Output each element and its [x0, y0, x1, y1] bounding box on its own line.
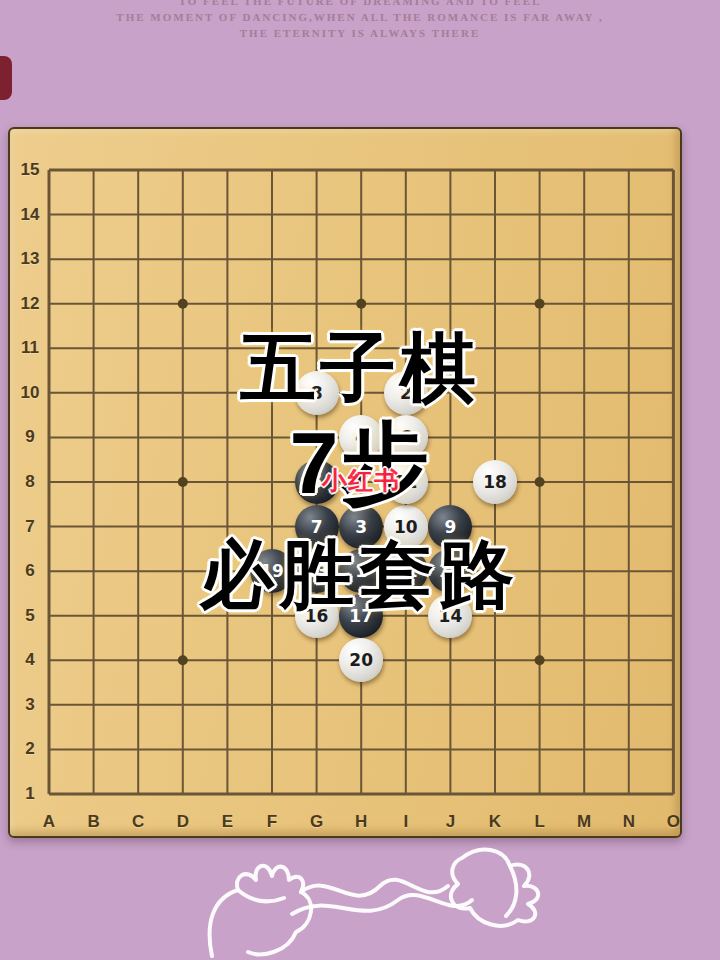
row-label-14: 14: [21, 205, 40, 225]
quote-line-1: TO FEEL THE FUTURE OF DREAMING AND TO FE…: [0, 0, 720, 9]
row-label-1: 1: [25, 784, 34, 804]
row-label-12: 12: [21, 294, 40, 314]
xiaohongshu-watermark: 小红书: [322, 464, 400, 497]
quote-line-2: THE MOMENT OF DANCING,WHEN ALL THE ROMAN…: [0, 9, 720, 25]
quote-line-3: THE ETERNITY IS ALWAYS THERE: [0, 25, 720, 41]
star-point: [178, 299, 188, 309]
row-label-4: 4: [25, 650, 34, 670]
row-label-13: 13: [21, 249, 40, 269]
stone-number: 20: [349, 650, 373, 670]
star-point: [178, 655, 188, 665]
screenshot-root: TO FEEL THE FUTURE OF DREAMING AND TO FE…: [0, 0, 720, 960]
row-label-2: 2: [25, 739, 34, 759]
caption-subtitle: 必胜套路: [0, 526, 720, 626]
row-label-15: 15: [21, 160, 40, 180]
red-corner-decoration: [0, 56, 12, 100]
top-quote: TO FEEL THE FUTURE OF DREAMING AND TO FE…: [0, 0, 720, 41]
star-point: [356, 299, 366, 309]
hands-doodle: [0, 828, 720, 960]
star-point: [535, 655, 545, 665]
row-label-3: 3: [25, 695, 34, 715]
star-point: [535, 299, 545, 309]
